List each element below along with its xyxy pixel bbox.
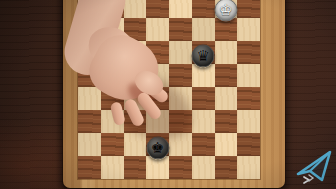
- square-h2[interactable]: [237, 133, 260, 156]
- square-d3[interactable]: [146, 110, 169, 133]
- square-g5[interactable]: [215, 64, 238, 87]
- square-d5[interactable]: [146, 64, 169, 87]
- video-frame: ♔♛♚: [0, 0, 336, 189]
- square-d4[interactable]: [146, 87, 169, 110]
- square-h7[interactable]: [237, 18, 260, 41]
- chess-board: [78, 0, 260, 179]
- square-d7[interactable]: [146, 18, 169, 41]
- square-b7[interactable]: [101, 18, 124, 41]
- square-b2[interactable]: [101, 133, 124, 156]
- square-b6[interactable]: [101, 41, 124, 64]
- square-a2[interactable]: [78, 133, 101, 156]
- square-g3[interactable]: [215, 110, 238, 133]
- paper-plane-icon: [295, 150, 335, 188]
- square-b3[interactable]: [101, 110, 124, 133]
- square-a8[interactable]: [78, 0, 101, 18]
- square-h4[interactable]: [237, 87, 260, 110]
- square-h5[interactable]: [237, 64, 260, 87]
- square-b4[interactable]: [101, 87, 124, 110]
- square-a6[interactable]: [78, 41, 101, 64]
- square-a3[interactable]: [78, 110, 101, 133]
- square-f4[interactable]: [192, 87, 215, 110]
- square-e7[interactable]: [169, 18, 192, 41]
- piece-black-queen-f6[interactable]: ♛: [192, 45, 215, 68]
- square-e1[interactable]: [169, 156, 192, 179]
- square-h3[interactable]: [237, 110, 260, 133]
- piece-black-king-d2[interactable]: ♚: [146, 137, 169, 160]
- square-a7[interactable]: [78, 18, 101, 41]
- square-h1[interactable]: [237, 156, 260, 179]
- square-c2[interactable]: [124, 133, 147, 156]
- square-d8[interactable]: [146, 0, 169, 18]
- square-c5[interactable]: [124, 64, 147, 87]
- square-b1[interactable]: [101, 156, 124, 179]
- square-f2[interactable]: [192, 133, 215, 156]
- square-e4[interactable]: [169, 87, 192, 110]
- square-f1[interactable]: [192, 156, 215, 179]
- square-d6[interactable]: [146, 41, 169, 64]
- square-h6[interactable]: [237, 41, 260, 64]
- square-f3[interactable]: [192, 110, 215, 133]
- square-g2[interactable]: [215, 133, 238, 156]
- square-a4[interactable]: [78, 87, 101, 110]
- square-c1[interactable]: [124, 156, 147, 179]
- square-g4[interactable]: [215, 87, 238, 110]
- square-c4[interactable]: [124, 87, 147, 110]
- square-e5[interactable]: [169, 64, 192, 87]
- square-e2[interactable]: [169, 133, 192, 156]
- square-e6[interactable]: [169, 41, 192, 64]
- square-c3[interactable]: [124, 110, 147, 133]
- square-c6[interactable]: [124, 41, 147, 64]
- square-b5[interactable]: [101, 64, 124, 87]
- square-e8[interactable]: [169, 0, 192, 18]
- square-h8[interactable]: [237, 0, 260, 18]
- square-g6[interactable]: [215, 41, 238, 64]
- square-c7[interactable]: [124, 18, 147, 41]
- square-e3[interactable]: [169, 110, 192, 133]
- square-f8[interactable]: [192, 0, 215, 18]
- square-b8[interactable]: [101, 0, 124, 18]
- square-f7[interactable]: [192, 18, 215, 41]
- square-c8[interactable]: [124, 0, 147, 18]
- square-a5[interactable]: [78, 64, 101, 87]
- square-g1[interactable]: [215, 156, 238, 179]
- square-a1[interactable]: [78, 156, 101, 179]
